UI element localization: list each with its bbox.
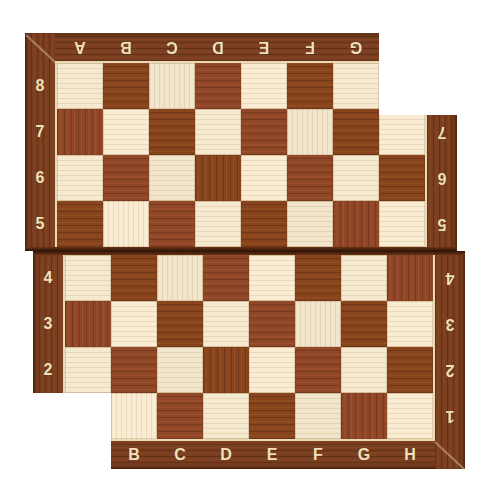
squares-area-top <box>55 61 427 247</box>
square-d4[interactable] <box>203 255 249 301</box>
rank-label-2: 2 <box>33 347 63 393</box>
square-f6[interactable] <box>287 155 333 201</box>
square-f2[interactable] <box>295 347 341 393</box>
square-d6[interactable] <box>195 155 241 201</box>
square-d7[interactable] <box>195 109 241 155</box>
file-label-G: G <box>333 33 379 61</box>
square-a2[interactable] <box>65 347 111 393</box>
square-b8[interactable] <box>103 63 149 109</box>
square-h7[interactable] <box>379 109 425 155</box>
square-e5[interactable] <box>241 201 287 247</box>
board-top-half: ABCDEFG 8765 765 <box>25 33 457 251</box>
file-label-H: H <box>387 441 433 469</box>
rank-label-5: 5 <box>427 201 457 247</box>
square-c4[interactable] <box>157 255 203 301</box>
label-spacer <box>65 441 111 469</box>
square-b1[interactable] <box>111 393 157 439</box>
squares-bottom-half <box>65 255 433 439</box>
rank-labels-bottom-left: 432 <box>33 255 63 439</box>
square-b5[interactable] <box>103 201 149 247</box>
square-e4[interactable] <box>249 255 295 301</box>
square-g6[interactable] <box>333 155 379 201</box>
square-h5[interactable] <box>379 201 425 247</box>
rank-label-7: 7 <box>25 109 55 155</box>
square-e6[interactable] <box>241 155 287 201</box>
board-bottom-half: BCDEFGH 432 4321 <box>33 251 465 469</box>
square-g4[interactable] <box>341 255 387 301</box>
square-b4[interactable] <box>111 255 157 301</box>
file-label-D: D <box>203 441 249 469</box>
square-a4[interactable] <box>65 255 111 301</box>
square-c7[interactable] <box>149 109 195 155</box>
rank-label-3: 3 <box>435 301 465 347</box>
square-h6[interactable] <box>379 155 425 201</box>
file-labels-top: ABCDEFG <box>57 33 425 61</box>
square-e1[interactable] <box>249 393 295 439</box>
square-c6[interactable] <box>149 155 195 201</box>
square-f1[interactable] <box>295 393 341 439</box>
squares-top-half <box>57 63 425 247</box>
square-c8[interactable] <box>149 63 195 109</box>
square-h4[interactable] <box>387 255 433 301</box>
square-f4[interactable] <box>295 255 341 301</box>
chessboard: ABCDEFG 8765 765 BCDEFGH 432 4321 <box>0 0 480 498</box>
file-label-C: C <box>157 441 203 469</box>
square-f7[interactable] <box>287 109 333 155</box>
square-b6[interactable] <box>103 155 149 201</box>
square-c2[interactable] <box>157 347 203 393</box>
file-label-F: F <box>287 33 333 61</box>
square-d3[interactable] <box>203 301 249 347</box>
file-label-B: B <box>103 33 149 61</box>
label-spacer <box>379 33 425 61</box>
square-e3[interactable] <box>249 301 295 347</box>
rank-label-8: 8 <box>25 63 55 109</box>
fold-seam-bottom <box>33 251 465 255</box>
square-h8[interactable] <box>379 63 425 109</box>
square-g7[interactable] <box>333 109 379 155</box>
file-label-A: A <box>57 33 103 61</box>
file-label-C: C <box>149 33 195 61</box>
rank-label-6: 6 <box>25 155 55 201</box>
square-g3[interactable] <box>341 301 387 347</box>
rank-label-2: 2 <box>435 347 465 393</box>
label-spacer <box>33 393 63 439</box>
square-g2[interactable] <box>341 347 387 393</box>
square-f8[interactable] <box>287 63 333 109</box>
rank-label-4: 4 <box>435 255 465 301</box>
square-b7[interactable] <box>103 109 149 155</box>
rank-label-3: 3 <box>33 301 63 347</box>
rank-labels-top-right: 765 <box>427 63 457 247</box>
square-a7[interactable] <box>57 109 103 155</box>
rank-labels-bottom-right: 4321 <box>435 255 465 439</box>
file-label-E: E <box>249 441 295 469</box>
square-g5[interactable] <box>333 201 379 247</box>
square-d5[interactable] <box>195 201 241 247</box>
rank-label-1: 1 <box>435 393 465 439</box>
square-b3[interactable] <box>111 301 157 347</box>
square-e2[interactable] <box>249 347 295 393</box>
rank-label-4: 4 <box>33 255 63 301</box>
file-label-F: F <box>295 441 341 469</box>
file-label-D: D <box>195 33 241 61</box>
square-a3[interactable] <box>65 301 111 347</box>
square-f5[interactable] <box>287 201 333 247</box>
square-g1[interactable] <box>341 393 387 439</box>
square-a6[interactable] <box>57 155 103 201</box>
label-spacer <box>427 63 457 109</box>
square-h1[interactable] <box>387 393 433 439</box>
squares-area-bottom <box>63 255 435 441</box>
square-d1[interactable] <box>203 393 249 439</box>
rank-label-6: 6 <box>427 155 457 201</box>
square-h2[interactable] <box>387 347 433 393</box>
file-label-G: G <box>341 441 387 469</box>
square-c1[interactable] <box>157 393 203 439</box>
square-e8[interactable] <box>241 63 287 109</box>
rank-label-7: 7 <box>427 109 457 155</box>
square-g8[interactable] <box>333 63 379 109</box>
file-label-B: B <box>111 441 157 469</box>
square-b2[interactable] <box>111 347 157 393</box>
square-c3[interactable] <box>157 301 203 347</box>
square-a1[interactable] <box>65 393 111 439</box>
rank-label-5: 5 <box>25 201 55 247</box>
square-d8[interactable] <box>195 63 241 109</box>
file-label-E: E <box>241 33 287 61</box>
square-h3[interactable] <box>387 301 433 347</box>
square-e7[interactable] <box>241 109 287 155</box>
square-d2[interactable] <box>203 347 249 393</box>
square-c5[interactable] <box>149 201 195 247</box>
file-labels-bottom: BCDEFGH <box>65 441 433 469</box>
square-a5[interactable] <box>57 201 103 247</box>
fold-seam-top <box>25 247 457 251</box>
rank-labels-top-left: 8765 <box>25 63 55 247</box>
square-a8[interactable] <box>57 63 103 109</box>
square-f3[interactable] <box>295 301 341 347</box>
